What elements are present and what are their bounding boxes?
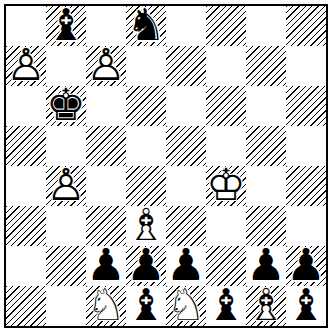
piece-glyph: ♝: [206, 283, 245, 327]
piece-outline: ♔: [206, 163, 245, 207]
square-f1[interactable]: ♝: [206, 286, 246, 326]
square-b1[interactable]: [46, 286, 86, 326]
piece-black-bishop[interactable]: ♝: [46, 6, 86, 46]
square-d8[interactable]: ♞: [126, 6, 166, 46]
square-b2[interactable]: [46, 246, 86, 286]
square-h5[interactable]: [286, 126, 326, 166]
square-e8[interactable]: [166, 6, 206, 46]
square-g6[interactable]: [246, 86, 286, 126]
square-g7[interactable]: [246, 46, 286, 86]
piece-outline: ♙: [6, 43, 45, 87]
piece-white-pawn[interactable]: ♟♙: [46, 166, 86, 206]
piece-black-bishop[interactable]: ♝: [206, 286, 246, 326]
square-h6[interactable]: [286, 86, 326, 126]
square-g4[interactable]: [246, 166, 286, 206]
square-g8[interactable]: [246, 6, 286, 46]
square-h4[interactable]: [286, 166, 326, 206]
square-d1[interactable]: ♝: [126, 286, 166, 326]
square-a1[interactable]: [6, 286, 46, 326]
square-a3[interactable]: [6, 206, 46, 246]
square-c6[interactable]: [86, 86, 126, 126]
piece-white-pawn[interactable]: ♟♙: [6, 46, 46, 86]
piece-outline: ♙: [46, 163, 85, 207]
square-a6[interactable]: [6, 86, 46, 126]
square-f3[interactable]: [206, 206, 246, 246]
piece-outline: ♗: [246, 283, 285, 327]
square-d6[interactable]: [126, 86, 166, 126]
square-a4[interactable]: [6, 166, 46, 206]
piece-black-bishop[interactable]: ♝: [286, 286, 326, 326]
square-e5[interactable]: [166, 126, 206, 166]
square-e1[interactable]: ♞♘: [166, 286, 206, 326]
square-b8[interactable]: ♝: [46, 6, 86, 46]
square-a7[interactable]: ♟♙: [6, 46, 46, 86]
piece-glyph: ♞: [126, 3, 165, 47]
square-g1[interactable]: ♝♗: [246, 286, 286, 326]
square-a2[interactable]: [6, 246, 46, 286]
square-b4[interactable]: ♟♙: [46, 166, 86, 206]
square-c4[interactable]: [86, 166, 126, 206]
square-h8[interactable]: [286, 6, 326, 46]
piece-white-knight[interactable]: ♞♘: [166, 286, 206, 326]
square-d7[interactable]: [126, 46, 166, 86]
piece-white-knight[interactable]: ♞♘: [86, 286, 126, 326]
piece-glyph: ♝: [286, 283, 325, 327]
chess-board: ♝♞♟♙♟♙♚♟♙♚♔♝♗♟♟♟♟♟♞♘♝♞♘♝♝♗♝: [6, 6, 326, 326]
piece-white-king[interactable]: ♚♔: [206, 166, 246, 206]
square-c1[interactable]: ♞♘: [86, 286, 126, 326]
square-f7[interactable]: [206, 46, 246, 86]
square-e7[interactable]: [166, 46, 206, 86]
piece-white-pawn[interactable]: ♟♙: [86, 46, 126, 86]
square-h7[interactable]: [286, 46, 326, 86]
square-f8[interactable]: [206, 6, 246, 46]
square-g5[interactable]: [246, 126, 286, 166]
piece-glyph: ♝: [46, 3, 85, 47]
piece-white-bishop[interactable]: ♝♗: [246, 286, 286, 326]
piece-black-king[interactable]: ♚: [46, 86, 86, 126]
piece-outline: ♙: [86, 43, 125, 87]
square-f6[interactable]: [206, 86, 246, 126]
square-e4[interactable]: [166, 166, 206, 206]
piece-outline: ♘: [86, 283, 125, 327]
square-c7[interactable]: ♟♙: [86, 46, 126, 86]
square-c5[interactable]: [86, 126, 126, 166]
square-b3[interactable]: [46, 206, 86, 246]
piece-black-bishop[interactable]: ♝: [126, 286, 166, 326]
piece-outline: ♘: [166, 283, 205, 327]
square-f4[interactable]: ♚♔: [206, 166, 246, 206]
square-h1[interactable]: ♝: [286, 286, 326, 326]
square-e6[interactable]: [166, 86, 206, 126]
piece-glyph: ♝: [126, 283, 165, 327]
square-a5[interactable]: [6, 126, 46, 166]
chess-diagram-frame: ♝♞♟♙♟♙♚♟♙♚♔♝♗♟♟♟♟♟♞♘♝♞♘♝♝♗♝: [4, 4, 328, 328]
square-b6[interactable]: ♚: [46, 86, 86, 126]
piece-glyph: ♚: [46, 83, 85, 127]
piece-black-knight[interactable]: ♞: [126, 6, 166, 46]
square-d5[interactable]: [126, 126, 166, 166]
